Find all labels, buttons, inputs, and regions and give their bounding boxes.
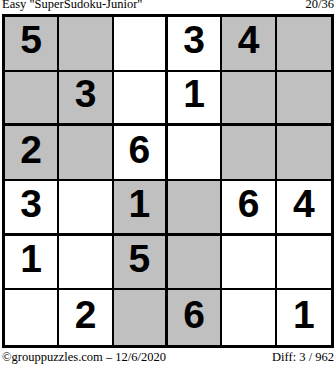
cell-r4c4[interactable] [168,181,222,236]
header: Easy "SuperSudoku-Junior" 20/36 [2,0,334,11]
cell-r5c4[interactable] [168,236,222,291]
cell-r6c4[interactable]: 6 [168,290,222,345]
footer-copyright: ©grouppuzzles.com – 12/6/2020 [2,350,166,364]
cell-r5c5[interactable] [222,236,276,291]
cell-r3c6[interactable] [277,126,331,181]
cell-r3c1[interactable]: 2 [5,126,59,181]
cell-r1c2[interactable] [59,17,113,72]
sudoku-grid: 5343126316415261 [2,14,334,348]
cell-r5c2[interactable] [59,236,113,291]
cell-r3c2[interactable] [59,126,113,181]
cell-r3c4[interactable] [168,126,222,181]
cell-r6c2[interactable]: 2 [59,290,113,345]
cell-r3c5[interactable] [222,126,276,181]
page-title: Easy "SuperSudoku-Junior" [2,0,142,11]
cell-r6c6[interactable]: 1 [277,290,331,345]
cell-r1c3[interactable] [114,17,168,72]
footer-difficulty: Diff: 3 / 962 [272,350,334,364]
cell-r4c1[interactable]: 3 [5,181,59,236]
cell-r1c4[interactable]: 3 [168,17,222,72]
cell-r5c3[interactable]: 5 [114,236,168,291]
cell-r2c4[interactable]: 1 [168,72,222,127]
cell-r2c3[interactable] [114,72,168,127]
footer: ©grouppuzzles.com – 12/6/2020 Diff: 3 / … [2,350,334,364]
cell-r4c2[interactable] [59,181,113,236]
cell-r4c6[interactable]: 4 [277,181,331,236]
cell-r1c5[interactable]: 4 [222,17,276,72]
cell-r3c3[interactable]: 6 [114,126,168,181]
page: { "game": "sudoku-junior-6x6", "header":… [0,0,336,370]
cell-r6c1[interactable] [5,290,59,345]
cell-r2c1[interactable] [5,72,59,127]
cell-r6c5[interactable] [222,290,276,345]
cell-r5c6[interactable] [277,236,331,291]
cell-r6c3[interactable] [114,290,168,345]
cell-r1c6[interactable] [277,17,331,72]
cell-r2c5[interactable] [222,72,276,127]
cell-r4c3[interactable]: 1 [114,181,168,236]
cell-r2c2[interactable]: 3 [59,72,113,127]
cell-r2c6[interactable] [277,72,331,127]
cell-r4c5[interactable]: 6 [222,181,276,236]
puzzle-counter: 20/36 [306,0,334,11]
cell-r5c1[interactable]: 1 [5,236,59,291]
cell-r1c1[interactable]: 5 [5,17,59,72]
